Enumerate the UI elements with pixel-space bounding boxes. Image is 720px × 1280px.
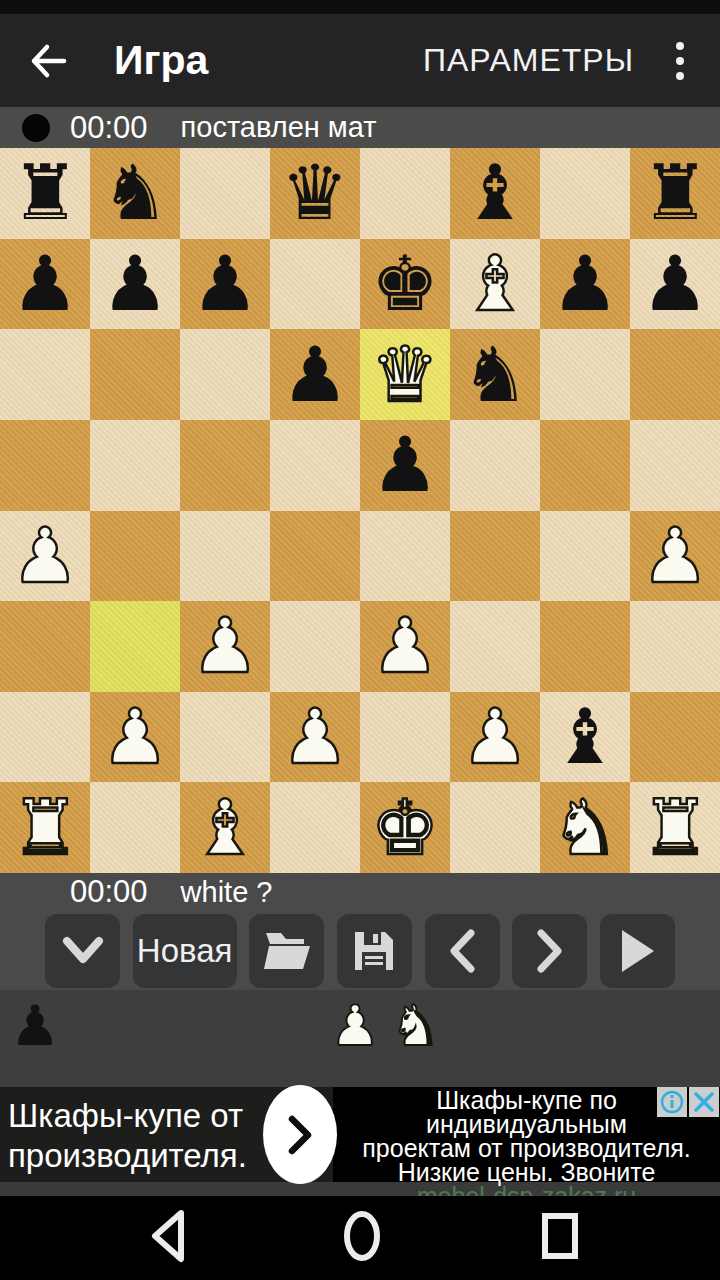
chess-app-screen: Игра ПАРАМЕТРЫ 00:00 поставлен мат ♜♞♛♝♜… <box>0 0 720 1280</box>
back-button[interactable] <box>24 39 72 83</box>
square-c7[interactable]: ♟ <box>180 239 270 330</box>
game-toolbar: Новая <box>0 911 720 990</box>
ad-banner[interactable]: Шкафы-купе от производителя. Шкафы-купе … <box>0 1087 720 1182</box>
black-rook: ♜ <box>11 155 79 231</box>
black-pawn: ♟ <box>101 246 169 322</box>
nav-back-icon <box>147 1207 187 1265</box>
square-c4[interactable] <box>180 511 270 602</box>
black-clock-time: 00:00 <box>70 110 148 146</box>
white-pawn: ♟ <box>11 518 79 594</box>
square-a2[interactable] <box>0 692 90 783</box>
square-g7[interactable]: ♟ <box>540 239 630 330</box>
captured-white-pawn: ♟ <box>330 998 380 1054</box>
square-b7[interactable]: ♟ <box>90 239 180 330</box>
white-pawn: ♟ <box>461 699 529 775</box>
square-d5[interactable] <box>270 420 360 511</box>
square-a3[interactable] <box>0 601 90 692</box>
white-knight: ♞ <box>551 790 619 866</box>
black-king: ♚ <box>371 246 439 322</box>
chevron-left-icon <box>447 928 477 974</box>
square-f4[interactable] <box>450 511 540 602</box>
black-bishop: ♝ <box>461 155 529 231</box>
captured-black-pawn: ♟ <box>10 998 60 1054</box>
square-g3[interactable] <box>540 601 630 692</box>
new-game-button[interactable]: Новая <box>133 914 237 988</box>
page-title: Игра <box>114 37 208 84</box>
square-a1[interactable]: ♜ <box>0 782 90 873</box>
new-game-label: Новая <box>137 932 233 970</box>
white-rook: ♜ <box>641 790 709 866</box>
square-e4[interactable] <box>360 511 450 602</box>
square-a8[interactable]: ♜ <box>0 148 90 239</box>
white-pawn: ♟ <box>641 518 709 594</box>
square-g2[interactable]: ♝ <box>540 692 630 783</box>
square-b5[interactable] <box>90 420 180 511</box>
square-f6[interactable]: ♞ <box>450 329 540 420</box>
parameters-button[interactable]: ПАРАМЕТРЫ <box>423 42 634 79</box>
square-c6[interactable] <box>180 329 270 420</box>
square-d7[interactable] <box>270 239 360 330</box>
black-status-text: поставлен мат <box>181 111 377 144</box>
square-h2[interactable] <box>630 692 720 783</box>
square-d4[interactable] <box>270 511 360 602</box>
chess-board[interactable]: ♜♞♛♝♜♟♟♟♚♝♟♟♟♛♞♟♟♟♟♟♟♟♟♝♜♝♚♞♜ <box>0 148 720 873</box>
square-e5[interactable]: ♟ <box>360 420 450 511</box>
square-b2[interactable]: ♟ <box>90 692 180 783</box>
info-icon <box>660 1090 684 1114</box>
square-a6[interactable] <box>0 329 90 420</box>
square-d8[interactable]: ♛ <box>270 148 360 239</box>
square-f8[interactable]: ♝ <box>450 148 540 239</box>
square-b1[interactable] <box>90 782 180 873</box>
square-h1[interactable]: ♜ <box>630 782 720 873</box>
black-rook: ♜ <box>641 155 709 231</box>
white-queen: ♛ <box>371 337 439 413</box>
white-pawn: ♟ <box>191 608 259 684</box>
white-bishop: ♝ <box>461 246 529 322</box>
white-status-text: white ? <box>181 876 273 909</box>
black-pawn: ♟ <box>371 427 439 503</box>
square-a5[interactable] <box>0 420 90 511</box>
white-clock-time: 00:00 <box>70 874 148 910</box>
square-b6[interactable] <box>90 329 180 420</box>
square-e3[interactable]: ♟ <box>360 601 450 692</box>
black-bishop: ♝ <box>551 699 619 775</box>
square-d3[interactable] <box>270 601 360 692</box>
square-f7[interactable]: ♝ <box>450 239 540 330</box>
play-button[interactable] <box>600 914 675 988</box>
status-bar <box>0 0 720 14</box>
play-icon <box>618 928 656 974</box>
save-game-button[interactable] <box>337 914 412 988</box>
black-pawn: ♟ <box>281 337 349 413</box>
square-a7[interactable]: ♟ <box>0 239 90 330</box>
square-h5[interactable] <box>630 420 720 511</box>
black-pawn: ♟ <box>641 246 709 322</box>
square-h3[interactable] <box>630 601 720 692</box>
square-b8[interactable]: ♞ <box>90 148 180 239</box>
nav-home-button[interactable] <box>340 1207 384 1269</box>
black-turn-icon <box>22 114 50 142</box>
square-d1[interactable] <box>270 782 360 873</box>
black-pawn: ♟ <box>191 246 259 322</box>
chevron-down-icon <box>59 934 107 968</box>
captured-white-knight: ♞ <box>390 998 440 1054</box>
square-f3[interactable] <box>450 601 540 692</box>
chevron-right-icon <box>535 928 565 974</box>
square-d6[interactable]: ♟ <box>270 329 360 420</box>
square-c2[interactable] <box>180 692 270 783</box>
black-pawn: ♟ <box>11 246 79 322</box>
square-d2[interactable]: ♟ <box>270 692 360 783</box>
black-knight: ♞ <box>461 337 529 413</box>
ad-right-line2: проектам от производителя. <box>333 1136 720 1160</box>
prev-move-button[interactable] <box>425 914 500 988</box>
square-g4[interactable] <box>540 511 630 602</box>
square-e7[interactable]: ♚ <box>360 239 450 330</box>
overflow-menu-icon[interactable] <box>670 36 690 86</box>
square-e8[interactable] <box>360 148 450 239</box>
square-h8[interactable]: ♜ <box>630 148 720 239</box>
square-c8[interactable] <box>180 148 270 239</box>
open-game-button[interactable] <box>249 914 324 988</box>
white-king: ♚ <box>371 790 439 866</box>
white-bishop: ♝ <box>191 790 259 866</box>
black-queen: ♛ <box>281 155 349 231</box>
app-bar: Игра ПАРАМЕТРЫ <box>0 14 720 107</box>
square-g1[interactable]: ♞ <box>540 782 630 873</box>
white-pawn: ♟ <box>281 699 349 775</box>
square-h4[interactable]: ♟ <box>630 511 720 602</box>
android-nav-bar <box>0 1196 720 1280</box>
next-move-button[interactable] <box>512 914 587 988</box>
arrow-left-icon <box>27 43 69 79</box>
close-icon <box>693 1091 715 1113</box>
square-b4[interactable] <box>90 511 180 602</box>
square-g6[interactable] <box>540 329 630 420</box>
square-h7[interactable]: ♟ <box>630 239 720 330</box>
save-floppy-icon <box>352 929 396 973</box>
square-c5[interactable] <box>180 420 270 511</box>
ad-close-button[interactable] <box>689 1087 719 1117</box>
square-f2[interactable]: ♟ <box>450 692 540 783</box>
chevron-right-icon <box>287 1115 313 1155</box>
nav-recents-button[interactable] <box>540 1210 580 1266</box>
nav-home-icon <box>340 1207 384 1265</box>
captured-by-white: ♟ <box>10 998 60 1054</box>
white-clock-row: 00:00 white ? <box>0 873 720 911</box>
white-pawn: ♟ <box>101 699 169 775</box>
expand-button[interactable] <box>45 914 120 988</box>
white-pawn: ♟ <box>371 608 439 684</box>
square-a4[interactable]: ♟ <box>0 511 90 602</box>
square-e2[interactable] <box>360 692 450 783</box>
captured-by-black: ♟♞ <box>330 998 440 1054</box>
ad-arrow-button[interactable] <box>263 1085 337 1184</box>
nav-recents-icon <box>540 1210 580 1262</box>
square-e1[interactable]: ♚ <box>360 782 450 873</box>
square-g8[interactable] <box>540 148 630 239</box>
ad-info-button[interactable] <box>657 1087 687 1117</box>
folder-open-icon <box>262 930 312 972</box>
square-f5[interactable] <box>450 420 540 511</box>
white-rook: ♜ <box>11 790 79 866</box>
square-f1[interactable] <box>450 782 540 873</box>
ad-right-line3: Низкие цены. Звоните <box>333 1160 720 1184</box>
nav-back-button[interactable] <box>147 1207 187 1269</box>
square-b3[interactable] <box>90 601 180 692</box>
square-g5[interactable] <box>540 420 630 511</box>
square-c3[interactable]: ♟ <box>180 601 270 692</box>
square-e6[interactable]: ♛ <box>360 329 450 420</box>
black-pawn: ♟ <box>551 246 619 322</box>
black-knight: ♞ <box>101 155 169 231</box>
captured-pieces-tray: ♟ ♟♞ <box>0 990 720 1087</box>
black-clock-row: 00:00 поставлен мат <box>0 107 720 148</box>
square-c1[interactable]: ♝ <box>180 782 270 873</box>
square-h6[interactable] <box>630 329 720 420</box>
